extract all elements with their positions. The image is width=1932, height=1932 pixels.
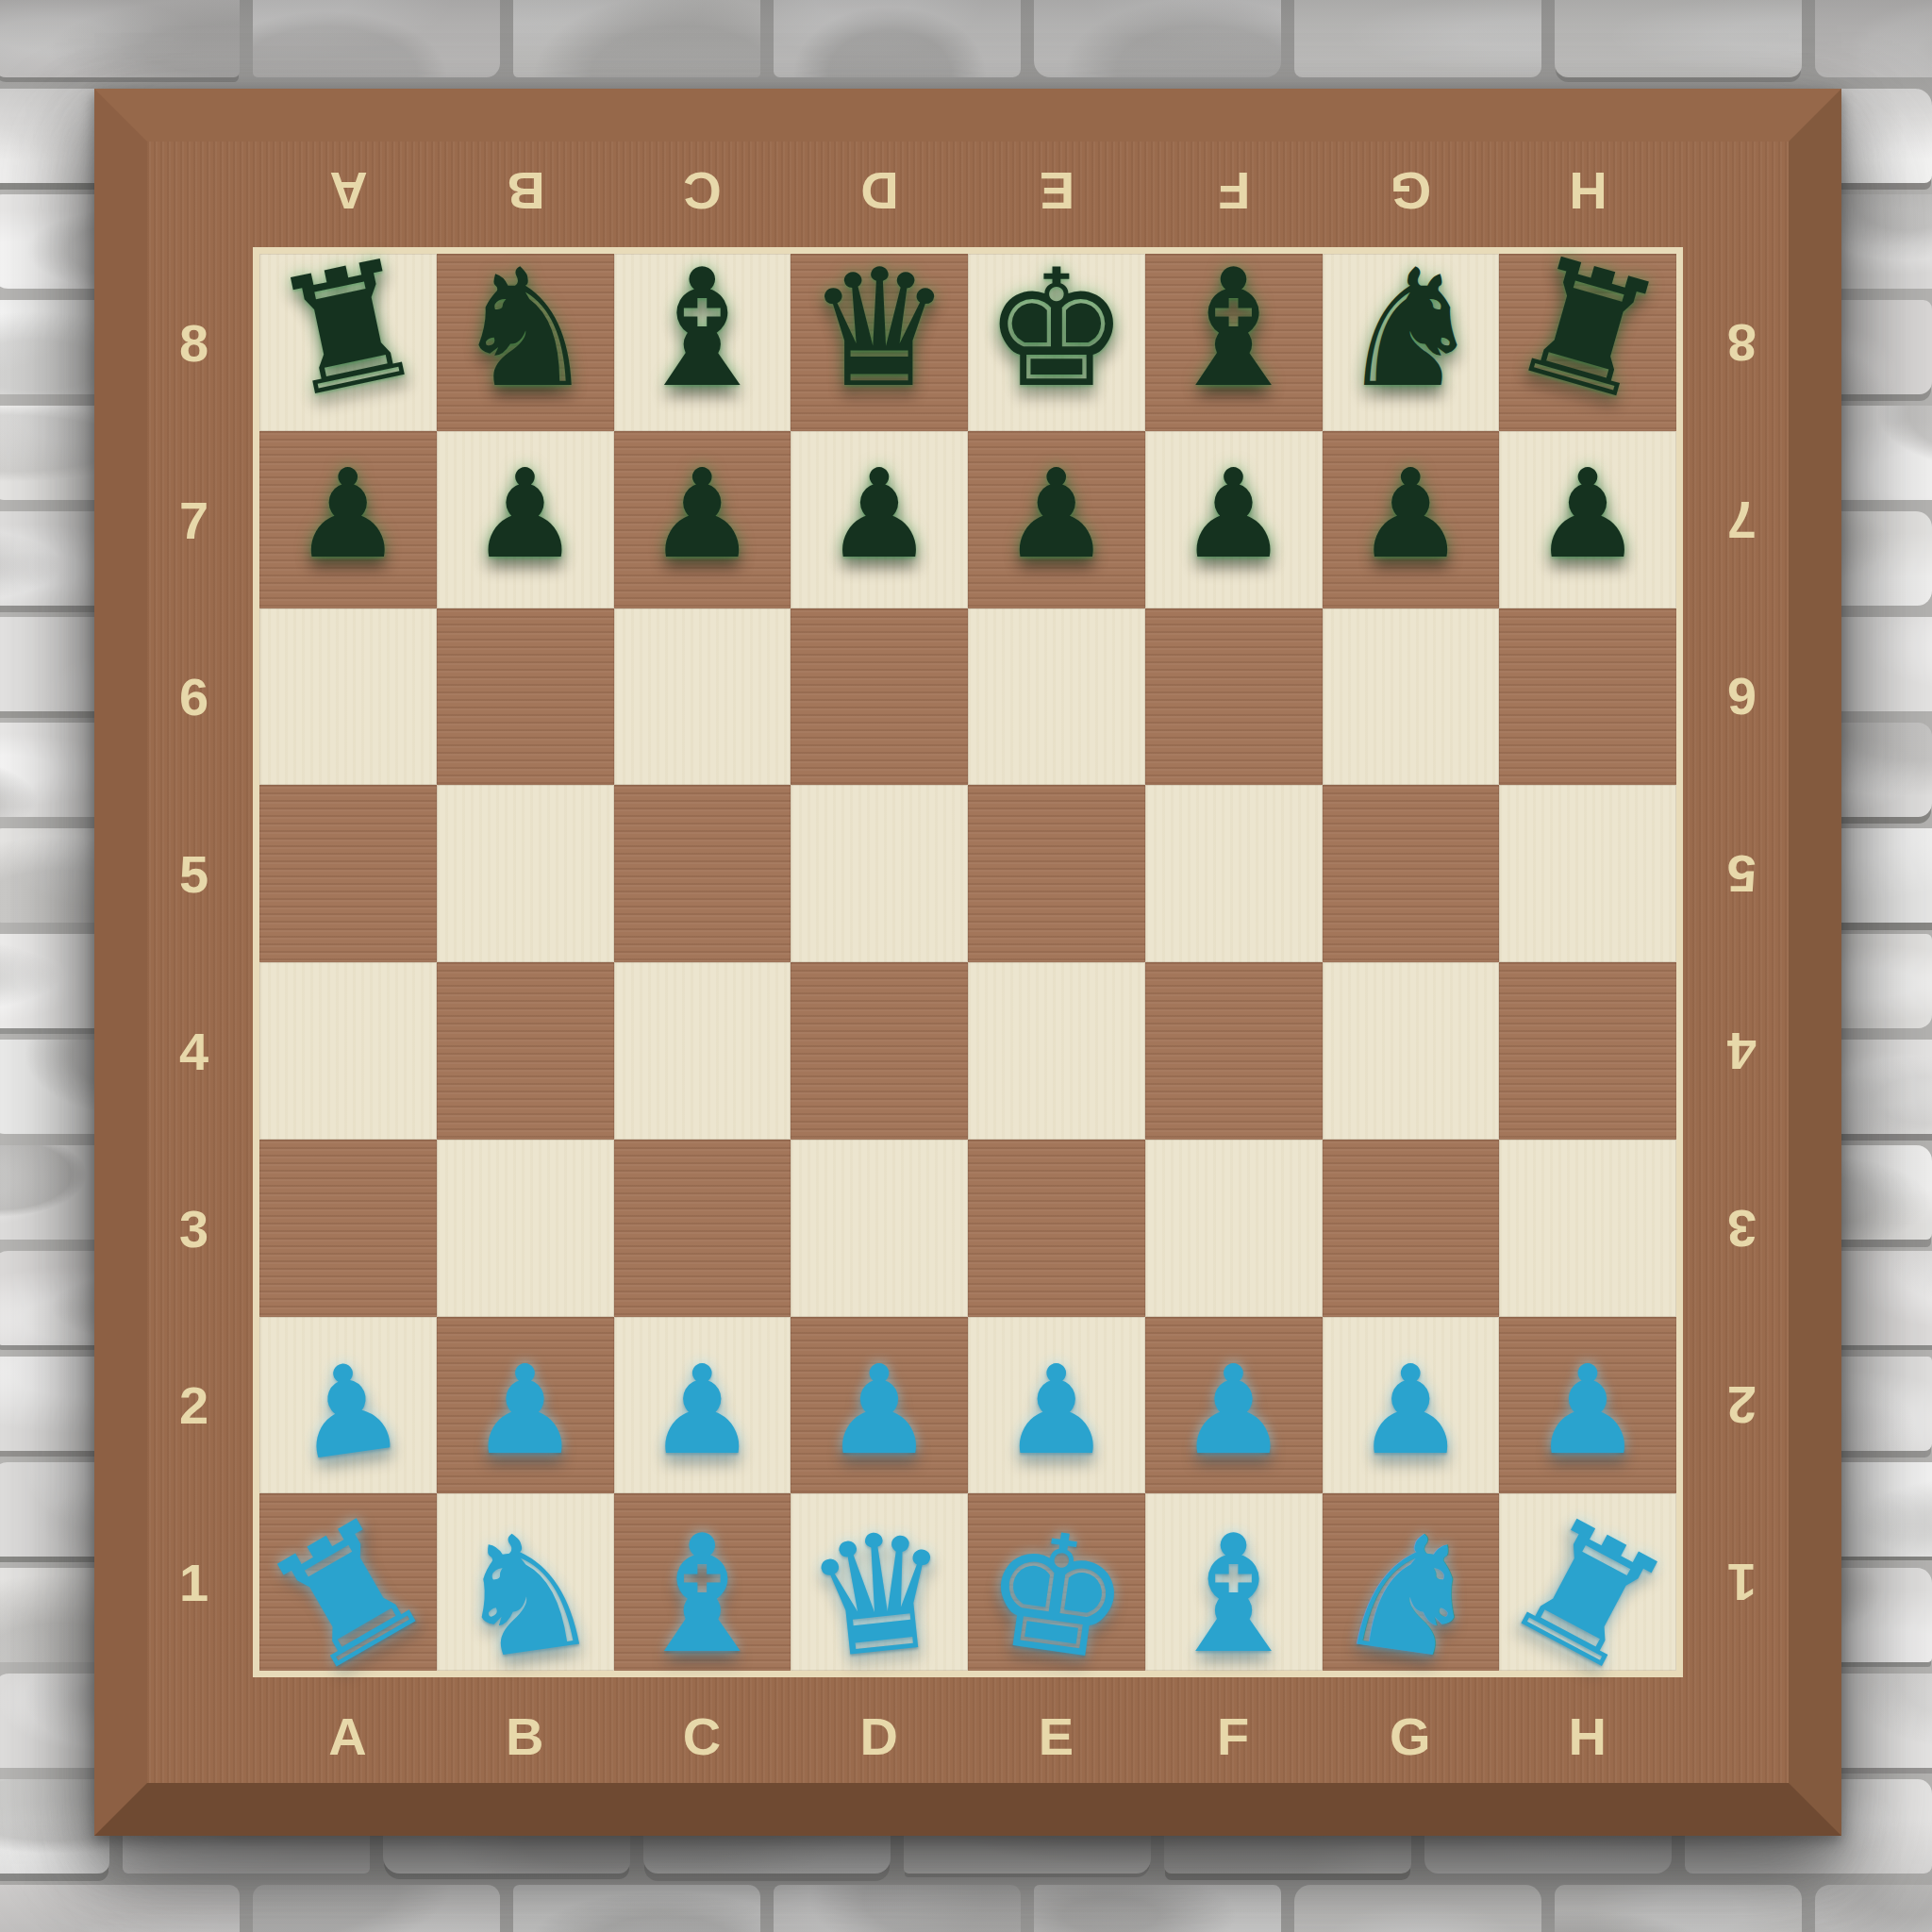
square-d3	[791, 1140, 968, 1317]
rank-label-left-1: 1	[179, 1552, 209, 1613]
chess-board: ♜♞♝♛♚♝♞♜♟♟♟♟♟♟♟♟♟♟♟♟♟♟♟♟♜♞♝♛♚♝♞♜ AABBCCD…	[94, 89, 1841, 1836]
brick	[1815, 0, 1932, 77]
piece-black-pawn-d7: ♟	[824, 453, 935, 575]
piece-black-pawn-f7: ♟	[1178, 453, 1289, 575]
brick	[0, 1568, 109, 1662]
piece-black-pawn-g7: ♟	[1356, 453, 1466, 575]
rank-label-right-5: 5	[1726, 843, 1757, 905]
square-f8: ♝	[1145, 254, 1323, 431]
square-a5	[259, 785, 437, 962]
piece-black-bishop-c8: ♝	[629, 248, 774, 410]
square-c1: ♝	[614, 1493, 791, 1671]
brick	[1555, 0, 1802, 77]
file-label-bottom-g: G	[1390, 1706, 1432, 1767]
rank-label-right-8: 8	[1726, 311, 1757, 373]
square-h5	[1499, 785, 1676, 962]
brick	[0, 0, 240, 77]
square-h8: ♜	[1499, 254, 1676, 431]
square-e8: ♚	[968, 254, 1145, 431]
rank-label-right-4: 4	[1726, 1020, 1757, 1081]
piece-white-rook-h1: ♜	[1486, 1490, 1690, 1701]
file-label-top-f: F	[1217, 160, 1250, 222]
file-label-bottom-b: B	[506, 1706, 544, 1767]
brick	[0, 1885, 240, 1932]
piece-black-queen-d8: ♛	[807, 248, 952, 410]
square-e6	[968, 608, 1145, 786]
square-d4	[791, 962, 968, 1140]
piece-white-knight-g1: ♞	[1327, 1505, 1494, 1686]
square-g8: ♞	[1323, 254, 1500, 431]
square-f4	[1145, 962, 1323, 1140]
square-a3	[259, 1140, 437, 1317]
file-label-top-h: H	[1568, 160, 1607, 222]
square-e7: ♟	[968, 431, 1145, 608]
square-g2: ♟	[1323, 1317, 1500, 1494]
square-c7: ♟	[614, 431, 791, 608]
square-e3	[968, 1140, 1145, 1317]
square-b8: ♞	[437, 254, 614, 431]
square-b1: ♞	[437, 1493, 614, 1671]
square-b6	[437, 608, 614, 786]
piece-black-pawn-b7: ♟	[470, 453, 580, 575]
piece-black-pawn-e7: ♟	[1002, 453, 1112, 575]
piece-white-bishop-c1: ♝	[629, 1514, 774, 1676]
square-a6	[259, 608, 437, 786]
square-d8: ♛	[791, 254, 968, 431]
square-h2: ♟	[1499, 1317, 1676, 1494]
square-a2: ♟	[259, 1317, 437, 1494]
square-d6	[791, 608, 968, 786]
piece-white-king-e1: ♚	[974, 1505, 1141, 1686]
square-c5	[614, 785, 791, 962]
brick	[0, 1357, 109, 1451]
square-e5	[968, 785, 1145, 962]
rank-label-right-2: 2	[1726, 1374, 1757, 1436]
file-label-top-g: G	[1390, 160, 1432, 222]
file-label-top-e: E	[1039, 160, 1074, 222]
brick	[1034, 1885, 1281, 1932]
file-label-top-b: B	[506, 160, 544, 222]
rank-label-right-1: 1	[1726, 1552, 1757, 1613]
square-g1: ♞	[1323, 1493, 1500, 1671]
file-label-top-a: A	[328, 160, 367, 222]
rank-label-left-6: 6	[179, 666, 209, 727]
board-squares: ♜♞♝♛♚♝♞♜♟♟♟♟♟♟♟♟♟♟♟♟♟♟♟♟♜♞♝♛♚♝♞♜	[253, 247, 1683, 1677]
square-h4	[1499, 962, 1676, 1140]
square-a1: ♜	[259, 1493, 437, 1671]
square-h3	[1499, 1140, 1676, 1317]
brick	[513, 1885, 760, 1932]
square-h7: ♟	[1499, 431, 1676, 608]
square-d7: ♟	[791, 431, 968, 608]
square-e4	[968, 962, 1145, 1140]
rank-label-right-3: 3	[1726, 1197, 1757, 1258]
rank-label-left-7: 7	[179, 489, 209, 550]
brick	[513, 0, 760, 77]
square-d5	[791, 785, 968, 962]
square-g6	[1323, 608, 1500, 786]
brick	[1555, 1885, 1802, 1932]
piece-white-pawn-a2: ♟	[285, 1342, 411, 1479]
piece-white-pawn-h2: ♟	[1533, 1349, 1643, 1472]
brick	[1034, 0, 1281, 77]
square-b4	[437, 962, 614, 1140]
square-f6	[1145, 608, 1323, 786]
square-g3	[1323, 1140, 1500, 1317]
brick	[0, 723, 109, 817]
square-b2: ♟	[437, 1317, 614, 1494]
piece-white-pawn-e2: ♟	[1002, 1349, 1112, 1472]
rank-label-left-5: 5	[179, 843, 209, 905]
square-c6	[614, 608, 791, 786]
brick	[253, 1885, 500, 1932]
piece-white-pawn-b2: ♟	[470, 1349, 580, 1472]
square-h1: ♜	[1499, 1493, 1676, 1671]
square-b5	[437, 785, 614, 962]
brick	[774, 0, 1021, 77]
square-c2: ♟	[614, 1317, 791, 1494]
file-label-bottom-e: E	[1039, 1706, 1074, 1767]
brick	[1815, 1885, 1932, 1932]
file-label-bottom-c: C	[683, 1706, 722, 1767]
piece-black-pawn-a7: ♟	[293, 453, 404, 575]
square-f5	[1145, 785, 1323, 962]
brick	[0, 300, 109, 394]
square-h6	[1499, 608, 1676, 786]
piece-black-knight-b8: ♞	[453, 248, 598, 410]
brick	[0, 89, 109, 183]
piece-black-knight-g8: ♞	[1338, 248, 1483, 410]
piece-black-rook-a8: ♜	[260, 235, 437, 424]
square-c4	[614, 962, 791, 1140]
file-label-top-d: D	[859, 160, 898, 222]
piece-white-pawn-c2: ♟	[647, 1349, 758, 1472]
rank-label-right-6: 6	[1726, 666, 1757, 727]
square-b7: ♟	[437, 431, 614, 608]
brick	[1294, 0, 1541, 77]
file-label-bottom-h: H	[1568, 1706, 1607, 1767]
rank-label-left-8: 8	[179, 311, 209, 373]
brick	[0, 511, 109, 606]
piece-black-king-e8: ♚	[984, 248, 1129, 410]
brick	[0, 1145, 109, 1240]
piece-black-rook-h8: ♜	[1495, 231, 1680, 427]
square-f1: ♝	[1145, 1493, 1323, 1671]
file-label-bottom-f: F	[1217, 1706, 1250, 1767]
piece-white-rook-a1: ♜	[244, 1489, 452, 1702]
piece-white-pawn-g2: ♟	[1356, 1349, 1466, 1472]
square-f2: ♟	[1145, 1317, 1323, 1494]
piece-black-bishop-f8: ♝	[1161, 248, 1307, 410]
square-f3	[1145, 1140, 1323, 1317]
photo-scene: ♜♞♝♛♚♝♞♜♟♟♟♟♟♟♟♟♟♟♟♟♟♟♟♟♜♞♝♛♚♝♞♜ AABBCCD…	[0, 0, 1932, 1932]
piece-white-queen-d1: ♛	[798, 1507, 959, 1684]
rank-label-left-3: 3	[179, 1197, 209, 1258]
brick	[1294, 1885, 1541, 1932]
rank-label-left-4: 4	[179, 1020, 209, 1081]
piece-white-bishop-f1: ♝	[1161, 1514, 1307, 1676]
square-g4	[1323, 962, 1500, 1140]
square-b3	[437, 1140, 614, 1317]
square-c8: ♝	[614, 254, 791, 431]
square-f7: ♟	[1145, 431, 1323, 608]
file-label-bottom-d: D	[859, 1706, 898, 1767]
brick	[0, 1779, 109, 1874]
square-e2: ♟	[968, 1317, 1145, 1494]
rank-label-right-7: 7	[1726, 489, 1757, 550]
piece-black-pawn-h7: ♟	[1533, 453, 1643, 575]
piece-white-pawn-d2: ♟	[824, 1349, 935, 1472]
file-label-top-c: C	[683, 160, 722, 222]
square-d2: ♟	[791, 1317, 968, 1494]
square-c3	[614, 1140, 791, 1317]
square-a8: ♜	[259, 254, 437, 431]
piece-black-pawn-c7: ♟	[647, 453, 758, 575]
square-d1: ♛	[791, 1493, 968, 1671]
piece-white-pawn-f2: ♟	[1178, 1349, 1289, 1472]
square-e1: ♚	[968, 1493, 1145, 1671]
piece-white-knight-b1: ♞	[441, 1505, 608, 1686]
brick	[0, 934, 109, 1028]
square-g7: ♟	[1323, 431, 1500, 608]
brick	[774, 1885, 1021, 1932]
square-a7: ♟	[259, 431, 437, 608]
brick	[253, 0, 500, 77]
file-label-bottom-a: A	[328, 1706, 367, 1767]
square-g5	[1323, 785, 1500, 962]
rank-label-left-2: 2	[179, 1374, 209, 1436]
square-a4	[259, 962, 437, 1140]
